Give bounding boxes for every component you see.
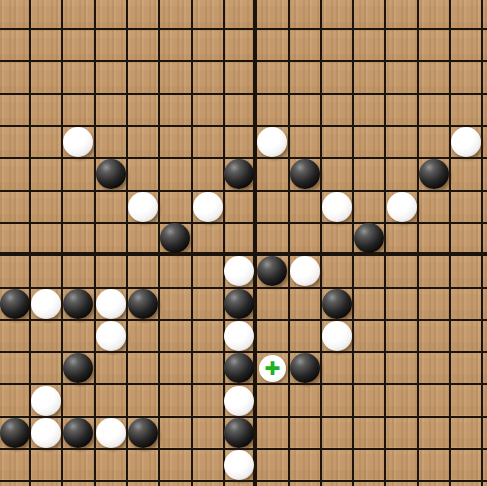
black-stone — [224, 289, 254, 319]
board-cell[interactable] — [96, 353, 128, 385]
board-cell[interactable] — [193, 127, 225, 159]
board-cell[interactable] — [160, 30, 192, 62]
board-cell[interactable] — [31, 353, 63, 385]
board-cell[interactable] — [193, 224, 225, 256]
board-cell[interactable] — [96, 418, 128, 450]
board-cell[interactable] — [257, 62, 289, 94]
board-cell[interactable] — [290, 224, 322, 256]
board-cell[interactable] — [96, 30, 128, 62]
board-cell[interactable] — [322, 289, 354, 321]
board-cell[interactable] — [257, 30, 289, 62]
black-stone — [0, 418, 30, 448]
white-stone — [224, 386, 254, 416]
board-cell[interactable] — [0, 482, 31, 486]
board-cell[interactable] — [451, 0, 483, 30]
board-cell[interactable] — [419, 0, 451, 30]
black-stone — [96, 159, 126, 189]
board-cell[interactable] — [322, 159, 354, 191]
board-cell[interactable] — [96, 321, 128, 353]
board-cell[interactable] — [193, 353, 225, 385]
board-cell[interactable] — [483, 321, 487, 353]
board-cell[interactable] — [225, 62, 257, 94]
board-cell[interactable] — [31, 321, 63, 353]
board-cell[interactable] — [225, 289, 257, 321]
board-cell[interactable] — [354, 321, 386, 353]
board-cell[interactable] — [419, 385, 451, 417]
board-cell[interactable] — [257, 385, 289, 417]
board-cell[interactable] — [63, 385, 95, 417]
board-cell[interactable] — [0, 0, 31, 30]
board-cell[interactable] — [31, 62, 63, 94]
board-cell[interactable] — [160, 127, 192, 159]
board-cell[interactable] — [290, 482, 322, 486]
board-cell[interactable] — [63, 353, 95, 385]
board-cell[interactable] — [483, 127, 487, 159]
board-cell[interactable] — [354, 192, 386, 224]
board-cell[interactable] — [257, 0, 289, 30]
black-stone — [160, 223, 190, 253]
board-cell[interactable] — [386, 450, 418, 482]
board-cell[interactable] — [193, 256, 225, 288]
white-stone — [224, 256, 254, 286]
board-cell[interactable] — [483, 450, 487, 482]
board-cell[interactable] — [386, 127, 418, 159]
board-cell[interactable] — [160, 95, 192, 127]
board-cell[interactable] — [63, 159, 95, 191]
white-stone — [322, 321, 352, 351]
black-stone — [354, 223, 384, 253]
board-cell[interactable] — [31, 30, 63, 62]
board-cell[interactable] — [257, 289, 289, 321]
board-cell[interactable] — [419, 289, 451, 321]
board-cell[interactable] — [0, 224, 31, 256]
black-stone — [128, 289, 158, 319]
board-cell[interactable] — [128, 127, 160, 159]
black-stone — [322, 289, 352, 319]
white-stone — [96, 418, 126, 448]
white-stone — [31, 289, 61, 319]
board-cell[interactable] — [386, 192, 418, 224]
board-cell[interactable] — [0, 289, 31, 321]
board-cell[interactable] — [0, 418, 31, 450]
board-cell[interactable] — [193, 450, 225, 482]
board-cell[interactable] — [63, 450, 95, 482]
white-stone — [31, 386, 61, 416]
board-cell[interactable] — [31, 256, 63, 288]
board-cell[interactable] — [419, 256, 451, 288]
board-cell[interactable] — [31, 127, 63, 159]
board-cell[interactable] — [451, 482, 483, 486]
board-cell[interactable] — [322, 256, 354, 288]
board-cell[interactable] — [322, 95, 354, 127]
board-cell[interactable] — [225, 321, 257, 353]
white-stone — [193, 192, 223, 222]
board-cell[interactable] — [160, 385, 192, 417]
board-cell[interactable] — [386, 321, 418, 353]
white-stone — [257, 127, 287, 157]
board-cell[interactable] — [0, 353, 31, 385]
board-cell[interactable] — [96, 224, 128, 256]
board-cell[interactable] — [451, 30, 483, 62]
board-cell[interactable] — [96, 127, 128, 159]
white-stone — [290, 256, 320, 286]
board-cell[interactable] — [225, 95, 257, 127]
board-cell[interactable] — [483, 256, 487, 288]
board-cell[interactable] — [451, 321, 483, 353]
board-cell[interactable] — [96, 0, 128, 30]
black-stone — [224, 353, 254, 383]
board-cell[interactable] — [128, 30, 160, 62]
board-cell[interactable] — [419, 321, 451, 353]
board-cell[interactable] — [225, 30, 257, 62]
board-cell[interactable] — [96, 385, 128, 417]
board-cell[interactable] — [386, 95, 418, 127]
board-cell[interactable] — [419, 62, 451, 94]
board-cell[interactable] — [96, 450, 128, 482]
board-cell[interactable] — [31, 482, 63, 486]
board-cell[interactable] — [257, 224, 289, 256]
board-cell[interactable] — [386, 353, 418, 385]
board-cell[interactable] — [354, 224, 386, 256]
board-cell[interactable] — [354, 95, 386, 127]
board-cell[interactable] — [322, 385, 354, 417]
board-cell[interactable] — [63, 192, 95, 224]
board-cell[interactable] — [128, 450, 160, 482]
board-cell[interactable] — [128, 256, 160, 288]
board-cell[interactable] — [354, 482, 386, 486]
board-cell[interactable] — [63, 418, 95, 450]
board-cell[interactable] — [31, 418, 63, 450]
board-cell[interactable] — [354, 62, 386, 94]
black-stone — [290, 159, 320, 189]
black-stone — [224, 159, 254, 189]
board-cell[interactable] — [290, 30, 322, 62]
board-cell[interactable] — [322, 450, 354, 482]
board-cell[interactable] — [290, 192, 322, 224]
board-cell[interactable] — [225, 0, 257, 30]
board-cell[interactable] — [96, 289, 128, 321]
board-cell[interactable] — [0, 159, 31, 191]
board-cell[interactable] — [290, 450, 322, 482]
board-cell[interactable] — [419, 127, 451, 159]
white-stone — [63, 127, 93, 157]
board-cell[interactable] — [63, 321, 95, 353]
board-cell[interactable] — [63, 224, 95, 256]
board-cell[interactable] — [419, 482, 451, 486]
board-cell[interactable] — [225, 256, 257, 288]
board-cell[interactable] — [193, 289, 225, 321]
board-cell[interactable] — [419, 353, 451, 385]
white-stone — [224, 450, 254, 480]
white-stone — [322, 192, 352, 222]
board-cell[interactable] — [0, 62, 31, 94]
board-cell[interactable] — [451, 192, 483, 224]
board-cell[interactable] — [257, 159, 289, 191]
board-cell[interactable] — [128, 224, 160, 256]
board-cell[interactable] — [193, 62, 225, 94]
board-cell[interactable] — [257, 95, 289, 127]
board-cell[interactable] — [322, 353, 354, 385]
board-cell[interactable] — [322, 418, 354, 450]
black-stone — [63, 289, 93, 319]
board-cell[interactable] — [354, 385, 386, 417]
board-cell[interactable] — [451, 418, 483, 450]
board-cell[interactable] — [483, 418, 487, 450]
board-cell[interactable] — [354, 450, 386, 482]
board-cell[interactable] — [160, 159, 192, 191]
board-cell[interactable] — [354, 127, 386, 159]
board-cell[interactable] — [419, 450, 451, 482]
board-cell[interactable] — [451, 353, 483, 385]
board-cell[interactable] — [128, 353, 160, 385]
board-cell[interactable] — [322, 127, 354, 159]
board-cell[interactable] — [31, 159, 63, 191]
board-cell[interactable] — [193, 418, 225, 450]
board-cell[interactable] — [96, 159, 128, 191]
board-cell[interactable] — [354, 289, 386, 321]
board-cell[interactable] — [290, 127, 322, 159]
black-stone — [63, 418, 93, 448]
board-cell[interactable] — [354, 418, 386, 450]
board-cell[interactable] — [128, 159, 160, 191]
board-cell[interactable] — [322, 321, 354, 353]
board-cell[interactable] — [193, 159, 225, 191]
board-cell[interactable] — [290, 159, 322, 191]
white-stone — [96, 289, 126, 319]
white-stone — [387, 192, 417, 222]
board-cell[interactable] — [290, 353, 322, 385]
board-cell[interactable] — [160, 482, 192, 486]
board-cell[interactable] — [128, 62, 160, 94]
board-cell[interactable] — [128, 289, 160, 321]
board-cell[interactable] — [63, 62, 95, 94]
board-cell[interactable] — [386, 482, 418, 486]
board-cell[interactable] — [31, 0, 63, 30]
black-stone — [128, 418, 158, 448]
board-cell[interactable] — [419, 192, 451, 224]
board-cell[interactable] — [354, 159, 386, 191]
board-cell[interactable] — [63, 289, 95, 321]
board-cell[interactable] — [96, 95, 128, 127]
board-cell[interactable] — [257, 321, 289, 353]
white-stone — [96, 321, 126, 351]
board-cell[interactable] — [63, 95, 95, 127]
board-cell[interactable] — [96, 256, 128, 288]
black-stone — [290, 353, 320, 383]
board-cell[interactable] — [225, 385, 257, 417]
board-cell[interactable] — [31, 450, 63, 482]
board-cell[interactable] — [386, 256, 418, 288]
board-cell[interactable] — [290, 418, 322, 450]
black-stone — [63, 353, 93, 383]
board-cell[interactable] — [483, 30, 487, 62]
board-cell[interactable] — [354, 353, 386, 385]
board-cell[interactable]: ✚ — [257, 353, 289, 385]
white-stone — [451, 127, 481, 157]
board-cell[interactable] — [0, 385, 31, 417]
board-cell[interactable] — [483, 224, 487, 256]
board-cell[interactable] — [31, 289, 63, 321]
board-cell[interactable] — [483, 95, 487, 127]
board-cell[interactable] — [31, 192, 63, 224]
board-cell[interactable] — [193, 385, 225, 417]
board-cell[interactable] — [225, 127, 257, 159]
board-cell[interactable] — [322, 30, 354, 62]
board-cell[interactable] — [160, 192, 192, 224]
board-cell[interactable] — [354, 30, 386, 62]
board-cell[interactable] — [322, 192, 354, 224]
board-cell[interactable] — [451, 95, 483, 127]
white-stone — [31, 418, 61, 448]
board-cell[interactable] — [0, 127, 31, 159]
board-cell[interactable] — [225, 482, 257, 486]
board-cell[interactable] — [160, 0, 192, 30]
board-cell[interactable] — [31, 95, 63, 127]
board-cell[interactable] — [63, 482, 95, 486]
board-cell[interactable] — [128, 95, 160, 127]
board-cell[interactable] — [0, 450, 31, 482]
board-cell[interactable] — [0, 95, 31, 127]
board-cell[interactable] — [290, 289, 322, 321]
board-cell[interactable] — [0, 30, 31, 62]
board-cell[interactable] — [63, 30, 95, 62]
board-cell[interactable] — [128, 321, 160, 353]
board-cell[interactable] — [354, 0, 386, 30]
board-cell[interactable] — [128, 0, 160, 30]
board-cell[interactable] — [128, 418, 160, 450]
board-cell[interactable] — [419, 224, 451, 256]
board-cell[interactable] — [225, 224, 257, 256]
board-cell[interactable] — [128, 482, 160, 486]
board-cell[interactable] — [257, 192, 289, 224]
plus-icon: ✚ — [264, 358, 280, 377]
board-cell[interactable] — [160, 289, 192, 321]
board-cell[interactable] — [451, 450, 483, 482]
board-cell[interactable] — [483, 482, 487, 486]
board-cell[interactable] — [354, 256, 386, 288]
board-cell[interactable] — [160, 321, 192, 353]
black-stone — [224, 418, 254, 448]
board-cell[interactable] — [225, 159, 257, 191]
board-cell[interactable] — [322, 62, 354, 94]
board-cell[interactable] — [225, 353, 257, 385]
board-cell[interactable] — [160, 62, 192, 94]
board-cell[interactable] — [419, 95, 451, 127]
board-cell[interactable] — [96, 62, 128, 94]
board-cell[interactable] — [322, 0, 354, 30]
board-cell[interactable] — [160, 256, 192, 288]
board-cell[interactable] — [193, 0, 225, 30]
board-cell[interactable] — [193, 192, 225, 224]
board-cell[interactable] — [483, 353, 487, 385]
board-cell[interactable] — [322, 482, 354, 486]
board-cell[interactable] — [63, 256, 95, 288]
board-cell[interactable] — [386, 224, 418, 256]
last-move-marker: ✚ — [259, 355, 286, 382]
board-cell[interactable] — [386, 418, 418, 450]
board-cell[interactable] — [483, 192, 487, 224]
board-cell[interactable] — [193, 30, 225, 62]
black-stone — [419, 159, 449, 189]
board-cell[interactable] — [451, 289, 483, 321]
board-cell[interactable] — [483, 159, 487, 191]
board-cell[interactable] — [483, 289, 487, 321]
board-cell[interactable] — [290, 321, 322, 353]
board-cell[interactable] — [225, 450, 257, 482]
board-cell[interactable] — [257, 256, 289, 288]
board: ✚ — [0, 0, 487, 486]
board-cell[interactable] — [128, 385, 160, 417]
board-cell[interactable] — [386, 159, 418, 191]
board-cell[interactable] — [451, 62, 483, 94]
board-cell[interactable] — [483, 62, 487, 94]
board-cell[interactable] — [483, 385, 487, 417]
board-cell[interactable] — [451, 159, 483, 191]
board-cell[interactable] — [63, 0, 95, 30]
board-cell[interactable] — [193, 482, 225, 486]
board-cell[interactable] — [419, 159, 451, 191]
board-cell[interactable] — [160, 418, 192, 450]
board-cell[interactable] — [451, 385, 483, 417]
board-cell[interactable] — [386, 289, 418, 321]
board-cell[interactable] — [290, 95, 322, 127]
board-cell[interactable] — [290, 385, 322, 417]
board-cell[interactable] — [257, 450, 289, 482]
board-cell[interactable] — [290, 256, 322, 288]
board-cell[interactable] — [290, 0, 322, 30]
board-cell[interactable] — [160, 353, 192, 385]
board-cell[interactable] — [451, 224, 483, 256]
board-cell[interactable] — [386, 30, 418, 62]
board-cell[interactable] — [31, 224, 63, 256]
board-cell[interactable] — [386, 385, 418, 417]
board-cell[interactable] — [31, 385, 63, 417]
black-stone — [257, 256, 287, 286]
board-cell[interactable] — [225, 418, 257, 450]
white-stone — [224, 321, 254, 351]
white-stone — [128, 192, 158, 222]
board-cell[interactable] — [257, 127, 289, 159]
board-cell[interactable] — [128, 192, 160, 224]
board-cell[interactable] — [386, 62, 418, 94]
board-cell[interactable] — [483, 0, 487, 30]
board-cell[interactable] — [96, 482, 128, 486]
board-cell[interactable] — [0, 256, 31, 288]
board-cell[interactable] — [225, 192, 257, 224]
board-cell[interactable] — [257, 482, 289, 486]
board-cell[interactable] — [193, 95, 225, 127]
board-cell[interactable] — [257, 418, 289, 450]
board-cell[interactable] — [0, 192, 31, 224]
board-cell[interactable] — [160, 450, 192, 482]
board-cell[interactable] — [96, 192, 128, 224]
board-cell[interactable] — [419, 418, 451, 450]
board-cell[interactable] — [386, 0, 418, 30]
board-cell[interactable] — [451, 256, 483, 288]
board-cell[interactable] — [160, 224, 192, 256]
board-cell[interactable] — [419, 30, 451, 62]
board-cell[interactable] — [0, 321, 31, 353]
board-cell[interactable] — [322, 224, 354, 256]
board-cell[interactable] — [451, 127, 483, 159]
black-stone — [0, 289, 30, 319]
board-cell[interactable] — [63, 127, 95, 159]
board-cell[interactable] — [193, 321, 225, 353]
board-cell[interactable] — [290, 62, 322, 94]
